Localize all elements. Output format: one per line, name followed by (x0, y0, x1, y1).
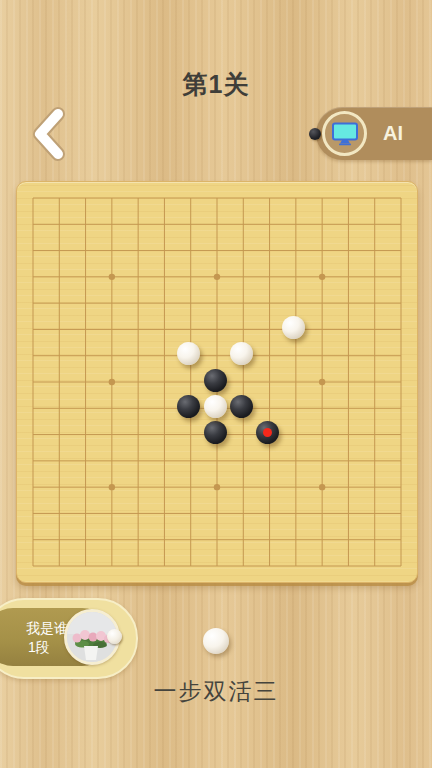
turn-indicator-stone (203, 628, 229, 654)
star-point (319, 484, 325, 490)
stone-black (204, 369, 227, 392)
last-move-marker (263, 428, 272, 437)
stone-black (230, 395, 253, 418)
star-point (109, 379, 115, 385)
monitor-icon (331, 122, 359, 146)
ai-black-stone-dot (309, 128, 321, 140)
stone-black (256, 421, 279, 444)
star-point (109, 274, 115, 280)
stone-white (204, 395, 227, 418)
star-point (319, 274, 325, 280)
stone-black (204, 421, 227, 444)
ai-toggle-label: AI (376, 107, 410, 160)
star-point (319, 379, 325, 385)
player-stone-badge (107, 629, 122, 644)
back-button[interactable] (28, 106, 72, 162)
page-title: 第1关 (0, 68, 432, 101)
ai-toggle[interactable]: AI (316, 107, 432, 160)
star-point (214, 274, 220, 280)
star-point (214, 484, 220, 490)
gomoku-board[interactable] (16, 181, 418, 583)
chevron-left-icon (28, 106, 72, 162)
hint-text: 一步双活三 (0, 676, 432, 707)
game-screen: 第1关 AI 我是谁 1段 (0, 0, 432, 768)
ai-avatar-circle (322, 111, 367, 156)
stone-white (230, 342, 253, 365)
stone-black (177, 395, 200, 418)
star-point (109, 484, 115, 490)
